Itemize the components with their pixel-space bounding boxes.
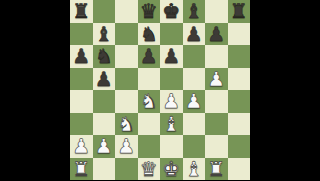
square-f3[interactable]	[183, 113, 206, 136]
square-b3[interactable]	[93, 113, 116, 136]
letterbox-right	[250, 0, 320, 180]
square-d5[interactable]	[138, 68, 161, 91]
square-h6[interactable]	[228, 45, 251, 68]
square-g5[interactable]: ♟	[205, 68, 228, 91]
square-f1[interactable]: ♝	[183, 158, 206, 181]
square-f2[interactable]	[183, 135, 206, 158]
black-pawn[interactable]: ♟	[140, 45, 158, 67]
chess-board[interactable]: ♜♛♚♝♜♝♞♟♟♟♞♟♟♟♟♞♟♟♞♝♟♟♟♜♛♚♝♜	[70, 0, 250, 180]
white-king[interactable]: ♚	[162, 158, 180, 180]
chess-app-viewport: ♜♛♚♝♜♝♞♟♟♟♞♟♟♟♟♞♟♟♞♝♟♟♟♜♛♚♝♜	[0, 0, 320, 180]
black-pawn[interactable]: ♟	[72, 45, 90, 67]
square-f7[interactable]: ♟	[183, 23, 206, 46]
square-h8[interactable]: ♜	[228, 0, 251, 23]
white-bishop[interactable]: ♝	[162, 113, 180, 135]
black-pawn[interactable]: ♟	[162, 45, 180, 67]
square-e2[interactable]	[160, 135, 183, 158]
square-d4[interactable]: ♞	[138, 90, 161, 113]
square-b7[interactable]: ♝	[93, 23, 116, 46]
square-c1[interactable]	[115, 158, 138, 181]
square-b5[interactable]: ♟	[93, 68, 116, 91]
black-king[interactable]: ♚	[162, 0, 180, 22]
square-g8[interactable]	[205, 0, 228, 23]
square-h4[interactable]	[228, 90, 251, 113]
square-g1[interactable]: ♜	[205, 158, 228, 181]
square-b6[interactable]: ♞	[93, 45, 116, 68]
black-bishop[interactable]: ♝	[95, 23, 113, 45]
square-c3[interactable]: ♞	[115, 113, 138, 136]
letterbox-left	[0, 0, 70, 180]
white-pawn[interactable]: ♟	[72, 135, 90, 157]
square-e3[interactable]: ♝	[160, 113, 183, 136]
black-rook[interactable]: ♜	[230, 0, 248, 22]
square-h2[interactable]	[228, 135, 251, 158]
square-e6[interactable]: ♟	[160, 45, 183, 68]
black-knight[interactable]: ♞	[95, 45, 113, 67]
square-g4[interactable]	[205, 90, 228, 113]
square-b1[interactable]	[93, 158, 116, 181]
square-b4[interactable]	[93, 90, 116, 113]
square-d3[interactable]	[138, 113, 161, 136]
square-b2[interactable]: ♟	[93, 135, 116, 158]
black-queen[interactable]: ♛	[140, 0, 158, 22]
square-e7[interactable]	[160, 23, 183, 46]
white-queen[interactable]: ♛	[140, 158, 158, 180]
white-pawn[interactable]: ♟	[162, 90, 180, 112]
square-d1[interactable]: ♛	[138, 158, 161, 181]
black-pawn[interactable]: ♟	[95, 68, 113, 90]
square-c5[interactable]	[115, 68, 138, 91]
square-h1[interactable]	[228, 158, 251, 181]
white-pawn[interactable]: ♟	[185, 90, 203, 112]
square-e5[interactable]	[160, 68, 183, 91]
square-f5[interactable]	[183, 68, 206, 91]
white-rook[interactable]: ♜	[207, 158, 225, 180]
square-g2[interactable]	[205, 135, 228, 158]
white-knight[interactable]: ♞	[140, 90, 158, 112]
square-e4[interactable]: ♟	[160, 90, 183, 113]
square-h5[interactable]	[228, 68, 251, 91]
square-f6[interactable]	[183, 45, 206, 68]
square-a1[interactable]: ♜	[70, 158, 93, 181]
black-pawn[interactable]: ♟	[207, 23, 225, 45]
white-pawn[interactable]: ♟	[117, 135, 135, 157]
square-d8[interactable]: ♛	[138, 0, 161, 23]
square-c8[interactable]	[115, 0, 138, 23]
square-d2[interactable]	[138, 135, 161, 158]
square-c4[interactable]	[115, 90, 138, 113]
square-d7[interactable]: ♞	[138, 23, 161, 46]
black-rook[interactable]: ♜	[72, 0, 90, 22]
square-b8[interactable]	[93, 0, 116, 23]
square-f4[interactable]: ♟	[183, 90, 206, 113]
white-bishop[interactable]: ♝	[185, 158, 203, 180]
black-knight[interactable]: ♞	[140, 23, 158, 45]
white-knight[interactable]: ♞	[117, 113, 135, 135]
white-rook[interactable]: ♜	[72, 158, 90, 180]
square-a2[interactable]: ♟	[70, 135, 93, 158]
square-a4[interactable]	[70, 90, 93, 113]
square-d6[interactable]: ♟	[138, 45, 161, 68]
white-pawn[interactable]: ♟	[207, 68, 225, 90]
square-e8[interactable]: ♚	[160, 0, 183, 23]
square-a5[interactable]	[70, 68, 93, 91]
square-h7[interactable]	[228, 23, 251, 46]
square-c6[interactable]	[115, 45, 138, 68]
white-pawn[interactable]: ♟	[95, 135, 113, 157]
square-c7[interactable]	[115, 23, 138, 46]
square-a8[interactable]: ♜	[70, 0, 93, 23]
square-g6[interactable]	[205, 45, 228, 68]
square-h3[interactable]	[228, 113, 251, 136]
square-g7[interactable]: ♟	[205, 23, 228, 46]
square-e1[interactable]: ♚	[160, 158, 183, 181]
square-a6[interactable]: ♟	[70, 45, 93, 68]
square-c2[interactable]: ♟	[115, 135, 138, 158]
square-f8[interactable]: ♝	[183, 0, 206, 23]
square-a3[interactable]	[70, 113, 93, 136]
black-pawn[interactable]: ♟	[185, 23, 203, 45]
square-a7[interactable]	[70, 23, 93, 46]
black-bishop[interactable]: ♝	[185, 0, 203, 22]
square-g3[interactable]	[205, 113, 228, 136]
